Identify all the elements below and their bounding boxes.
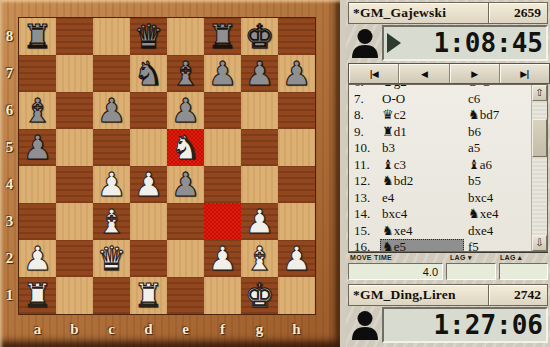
game-panel: *GM_Gajewski 2659 1:08:45 |◀ ◀ ▶ ▶| 6.♝g… [346,0,550,347]
square-h3[interactable] [278,203,315,240]
black-rook: ♜ [208,19,238,55]
move-number: 9. [349,124,380,141]
move-black[interactable]: ♝a6 [464,157,531,174]
file-label-f: f [204,317,241,341]
black-pawn: ♟ [171,167,201,203]
lag-down-label: LAG ▾ [450,253,500,262]
square-b1[interactable] [56,277,93,314]
square-f6[interactable] [204,92,241,129]
black-queen: ♛ [134,19,164,55]
scroll-up-icon[interactable]: ⇧ [532,85,547,101]
move-white[interactable]: O-O [380,91,464,108]
white-queen: ♛ [97,241,127,277]
move-row-7: 7.O-Oc6 [349,91,531,108]
white-rook: ♜ [134,278,164,314]
square-d4[interactable]: ♟ [130,166,167,203]
file-label-d: d [130,317,167,341]
black-rook: ♜ [23,19,53,55]
person-icon [350,28,380,58]
square-e1[interactable] [167,277,204,314]
move-white[interactable]: ♜d1 [380,124,464,141]
white-pawn: ♟ [208,241,238,277]
square-a6[interactable]: ♝ [19,92,56,129]
square-f1[interactable] [204,277,241,314]
file-label-e: e [167,317,204,341]
move-black[interactable]: a5 [464,140,531,157]
player-rating-bottom: 2742 [488,285,547,305]
move-black[interactable]: b6 [464,124,531,141]
black-pawn: ♟ [171,93,201,129]
square-g2[interactable]: ♝ [241,240,278,277]
square-h4[interactable] [278,166,315,203]
stats-labels: MOVE TIME LAG ▾ LAG ▴ [348,253,548,262]
file-label-c: c [93,317,130,341]
clock-time-top: 1:08:45 [401,29,546,57]
player-name-bar: *GM_Ding,Liren 2742 [348,284,548,306]
move-row-8: 8.♛c2♞bd7 [349,107,531,124]
white-king: ♚ [245,278,275,314]
lag-down-field[interactable] [446,263,496,280]
move-white[interactable]: e4 [380,190,464,207]
move-number: 10. [349,140,380,157]
lag-up-label: LAG ▴ [500,253,548,262]
square-a4[interactable] [19,166,56,203]
turn-indicator-icon [387,33,401,53]
clock-lcd-top: 1:08:45 [382,25,548,61]
square-d8[interactable]: ♛ [130,18,167,55]
white-pawn: ♟ [134,167,164,203]
move-time-label: MOVE TIME [348,253,450,262]
square-g5[interactable] [241,129,278,166]
clock-row-top: 1:08:45 [348,24,548,60]
square-h2[interactable]: ♟ [278,240,315,277]
black-knight: ♞ [134,56,164,92]
move-row-10: 10.b3a5 [349,140,531,157]
file-label-b: b [56,317,93,341]
first-move-button[interactable]: |◀ [349,64,399,83]
square-f5[interactable] [204,129,241,166]
player-name-top: *GM_Gajewski [349,5,488,21]
move-white[interactable]: b3 [380,140,464,157]
move-row-16: 16.♞e5f5 [349,239,531,251]
square-b4[interactable] [56,166,93,203]
scrollbar-thumb[interactable] [532,119,547,157]
square-e7[interactable]: ♝ [167,55,204,92]
move-list-scrollbar: ⇧ ⇩ [531,85,547,251]
square-b3[interactable] [56,203,93,240]
move-black[interactable]: ♞bd7 [464,107,531,124]
scrollbar-track[interactable] [532,101,547,235]
square-a1[interactable]: ♜ [19,277,56,314]
square-d7[interactable]: ♞ [130,55,167,92]
player-name-bottom: *GM_Ding,Liren [349,287,488,303]
square-f4[interactable] [204,166,241,203]
move-number: 13. [349,190,380,207]
square-a5[interactable]: ♟ [19,129,56,166]
black-pawn: ♟ [282,56,312,92]
white-pawn: ♟ [97,167,127,203]
move-row-11: 11.♝c3♝a6 [349,157,531,174]
move-row-13: 13.e4bxc4 [349,190,531,207]
square-a7[interactable] [19,55,56,92]
stats-fields: 4.0 [348,262,548,280]
black-king: ♚ [245,19,275,55]
move-row-12: 12.♞bd2b5 [349,173,531,190]
black-bishop: ♝ [23,93,53,129]
square-a8[interactable]: ♜ [19,18,56,55]
square-e5[interactable]: ♞ [167,129,204,166]
move-list: 6.♝g2O-O7.O-Oc68.♛c2♞bd79.♜d1b610.b3a511… [348,84,548,252]
white-pawn: ♟ [282,241,312,277]
board-squares: ♜♛♜♚♞♝♟♟♟♝♟♟♟♞♟♟♟♝♟♟♛♟♝♟♜♜♚ [19,18,315,314]
move-number: 8. [349,107,380,124]
move-white[interactable]: ♛c2 [380,107,464,124]
clock-lcd-bottom: 1:27:06 [382,307,548,343]
square-e8[interactable] [167,18,204,55]
move-black[interactable]: bxc4 [464,190,531,207]
move-number: 11. [349,157,380,174]
square-c3[interactable]: ♝ [93,203,130,240]
square-d1[interactable]: ♜ [130,277,167,314]
rank-label-5: 5 [1,129,18,166]
clock-row-bottom: 1:27:06 [348,306,548,342]
file-label-g: g [241,317,278,341]
square-e2[interactable] [167,240,204,277]
scroll-down-icon[interactable]: ⇩ [532,235,547,251]
square-e3[interactable] [167,203,204,240]
square-b2[interactable] [56,240,93,277]
square-b5[interactable] [56,129,93,166]
square-g1[interactable]: ♚ [241,277,278,314]
square-b6[interactable] [56,92,93,129]
move-number: 16. [349,239,380,251]
square-g6[interactable] [241,92,278,129]
move-row-14: 14.bxc4♞xe4 [349,206,531,223]
square-h8[interactable] [278,18,315,55]
player-panel-bottom: *GM_Ding,Liren 2742 1:27:06 [348,284,548,342]
black-pawn: ♟ [245,56,275,92]
move-number: 12. [349,173,380,190]
white-rook: ♜ [23,278,53,314]
square-c5[interactable] [93,129,130,166]
square-e6[interactable]: ♟ [167,92,204,129]
last-move-button[interactable]: ▶| [500,64,549,83]
square-g8[interactable]: ♚ [241,18,278,55]
white-pawn: ♟ [23,241,53,277]
black-pawn: ♟ [23,130,53,166]
white-knight: ♞ [171,130,201,166]
move-white[interactable]: ♞bd2 [380,173,464,190]
black-bishop: ♝ [171,56,201,92]
move-number: 14. [349,206,380,223]
square-h7[interactable]: ♟ [278,55,315,92]
square-d2[interactable] [130,240,167,277]
chess-board: ♜♛♜♚♞♝♟♟♟♝♟♟♟♞♟♟♟♝♟♟♛♟♝♟♜♜♚ 87654321 abc… [0,0,340,347]
rank-label-8: 8 [1,18,18,55]
square-c1[interactable] [93,277,130,314]
stats-section: MOVE TIME LAG ▾ LAG ▴ 4.0 [348,252,548,281]
move-white[interactable]: bxc4 [380,206,464,223]
move-navigation: |◀ ◀ ▶ ▶| [348,63,550,84]
square-a2[interactable]: ♟ [19,240,56,277]
square-h1[interactable] [278,277,315,314]
player-name-bar: *GM_Gajewski 2659 [348,2,548,24]
square-d6[interactable] [130,92,167,129]
move-black[interactable]: c6 [464,91,531,108]
square-f7[interactable]: ♟ [204,55,241,92]
square-h5[interactable] [278,129,315,166]
square-e4[interactable]: ♟ [167,166,204,203]
move-time-field[interactable]: 4.0 [348,263,443,280]
file-label-h: h [278,317,315,341]
move-white[interactable]: ♞xe4 [380,223,464,240]
move-black[interactable]: dxe4 [464,223,531,240]
rank-label-4: 4 [1,166,18,203]
rank-label-7: 7 [1,55,18,92]
previous-move-button[interactable]: ◀ [399,64,449,83]
square-g3[interactable]: ♟ [241,203,278,240]
black-pawn: ♟ [97,93,127,129]
rank-label-1: 1 [1,277,18,314]
square-f3[interactable] [204,203,241,240]
square-c8[interactable] [93,18,130,55]
move-black[interactable]: ♞xe4 [464,206,531,223]
square-d5[interactable] [130,129,167,166]
player-panel-top: *GM_Gajewski 2659 1:08:45 [348,2,548,60]
person-icon [350,310,380,340]
square-c7[interactable] [93,55,130,92]
square-f2[interactable]: ♟ [204,240,241,277]
move-row-9: 9.♜d1b6 [349,124,531,141]
move-rows: 6.♝g2O-O7.O-Oc68.♛c2♞bd79.♜d1b610.b3a511… [349,85,531,251]
clock-time-bottom: 1:27:06 [384,311,546,339]
move-white-selected[interactable]: ♞e5 [380,239,464,251]
square-g7[interactable]: ♟ [241,55,278,92]
move-number: 7. [349,91,380,108]
white-bishop: ♝ [97,204,127,240]
move-black[interactable]: f5 [464,239,531,251]
square-c4[interactable]: ♟ [93,166,130,203]
next-move-button[interactable]: ▶ [450,64,500,83]
square-g4[interactable] [241,166,278,203]
square-f8[interactable]: ♜ [204,18,241,55]
rank-label-2: 2 [1,240,18,277]
move-row-15: 15.♞xe4dxe4 [349,223,531,240]
square-d3[interactable] [130,203,167,240]
square-h6[interactable] [278,92,315,129]
player-rating-top: 2659 [488,3,547,23]
square-c6[interactable]: ♟ [93,92,130,129]
lag-up-field[interactable] [499,263,548,280]
square-b7[interactable] [56,55,93,92]
white-bishop: ♝ [245,241,275,277]
square-b8[interactable] [56,18,93,55]
rank-label-6: 6 [1,92,18,129]
black-pawn: ♟ [208,56,238,92]
move-black[interactable]: b5 [464,173,531,190]
file-label-a: a [19,317,56,341]
move-number: 15. [349,223,380,240]
square-c2[interactable]: ♛ [93,240,130,277]
square-a3[interactable] [19,203,56,240]
white-pawn: ♟ [245,204,275,240]
rank-label-3: 3 [1,203,18,240]
move-white[interactable]: ♝c3 [380,157,464,174]
